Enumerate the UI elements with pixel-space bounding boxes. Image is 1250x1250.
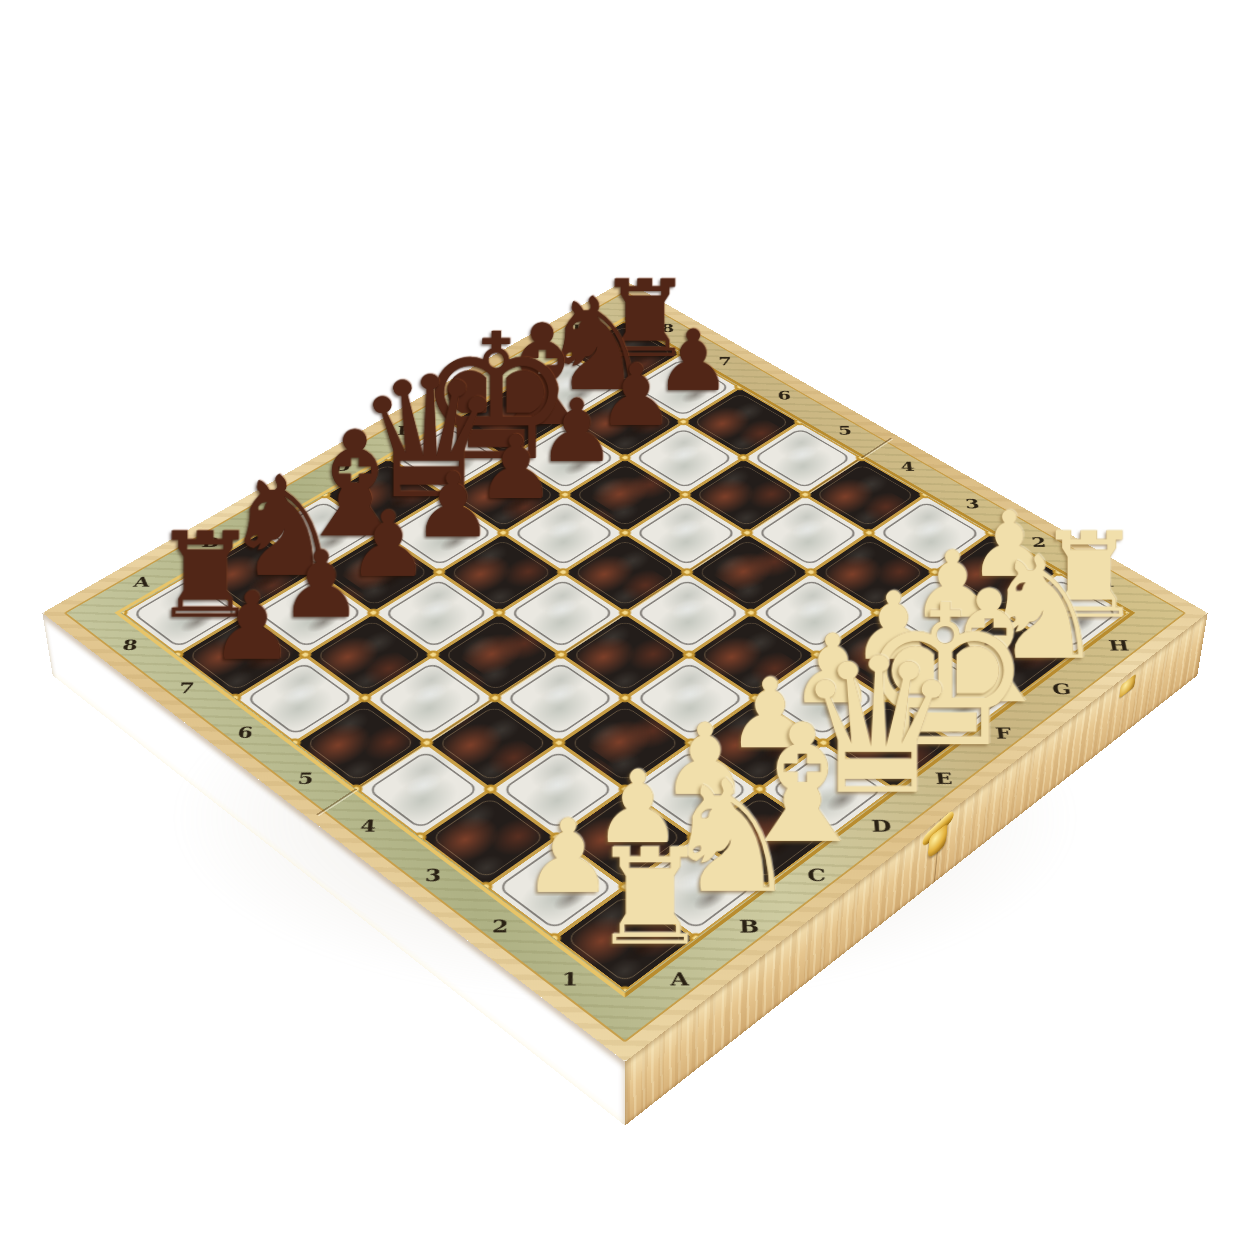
rank-label-left-7: 7 xyxy=(178,679,196,696)
rank-label-left-6: 6 xyxy=(236,723,254,741)
file-label-near-h: H xyxy=(1107,637,1130,654)
rank-label-right-4: 4 xyxy=(900,459,915,474)
rank-label-left-1: 1 xyxy=(561,968,578,989)
rank-label-right-5: 5 xyxy=(838,423,853,437)
rank-label-left-4: 4 xyxy=(360,816,378,835)
board-top-surface: ♜♞♝♛♚♝♞♜♟♟♟♟♟♟♟♟♟♟♟♟♟♟♟♟♜♞♝♛♚♝♞♜ ABCDEFG… xyxy=(42,280,1207,1061)
rank-label-left-5: 5 xyxy=(297,769,315,788)
file-label-far-a: A xyxy=(132,574,151,590)
white-rook-a1[interactable]: ♜ xyxy=(590,815,686,948)
file-label-near-c: C xyxy=(806,865,826,885)
file-label-near-b: B xyxy=(739,916,760,937)
chess-box: ♜♞♝♛♚♝♞♜♟♟♟♟♟♟♟♟♟♟♟♟♟♟♟♟♜♞♝♛♚♝♞♜ ABCDEFG… xyxy=(42,280,1207,1061)
rank-label-left-3: 3 xyxy=(425,865,442,885)
black-pawn-a7[interactable]: ♟ xyxy=(209,569,296,663)
file-label-near-a: A xyxy=(670,968,689,989)
product-photo-stage: ♜♞♝♛♚♝♞♜♟♟♟♟♟♟♟♟♟♟♟♟♟♟♟♟♜♞♝♛♚♝♞♜ ABCDEFG… xyxy=(0,0,1250,1250)
rank-label-right-6: 6 xyxy=(777,388,791,402)
rank-label-left-8: 8 xyxy=(121,636,139,653)
rank-label-left-2: 2 xyxy=(492,916,509,937)
scene: ♜♞♝♛♚♝♞♜♟♟♟♟♟♟♟♟♟♟♟♟♟♟♟♟♜♞♝♛♚♝♞♜ ABCDEFG… xyxy=(0,0,1250,1250)
